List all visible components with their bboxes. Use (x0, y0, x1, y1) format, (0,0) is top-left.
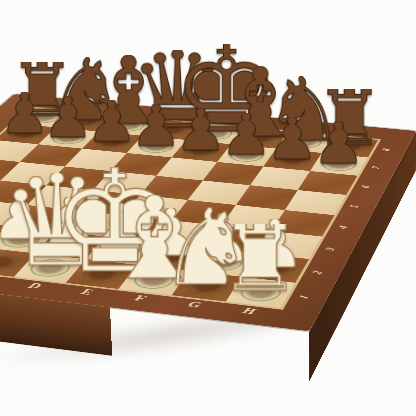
file-label-e: E (70, 287, 104, 298)
chess-set-photo: ABCDEFGH12345678♜♞♝♛♚♝♞♜♟♟♟♟♟♟♟♟♟♟♟♟♟♟♟♟… (0, 0, 416, 416)
file-label-g: G (177, 299, 211, 311)
rank-label-6: 6 (355, 182, 375, 192)
rank-label-4: 4 (332, 222, 354, 233)
clasp-plate-icon (214, 340, 240, 366)
file-label-f: F (123, 293, 157, 304)
rank-label-5: 5 (344, 201, 365, 211)
board-3d-stage: ABCDEFGH12345678♜♞♝♛♚♝♞♜♟♟♟♟♟♟♟♟♟♟♟♟♟♟♟♟… (0, 0, 416, 416)
chess-board: ABCDEFGH12345678♜♞♝♛♚♝♞♜♟♟♟♟♟♟♟♟♟♟♟♟♟♟♟♟… (0, 94, 416, 331)
file-label-d: D (17, 281, 51, 292)
metal-clasp[interactable] (209, 311, 243, 373)
piece-black-pawn-h7[interactable]: ♟ (295, 121, 382, 165)
piece-white-rook-h1[interactable]: ♜ (209, 224, 310, 294)
